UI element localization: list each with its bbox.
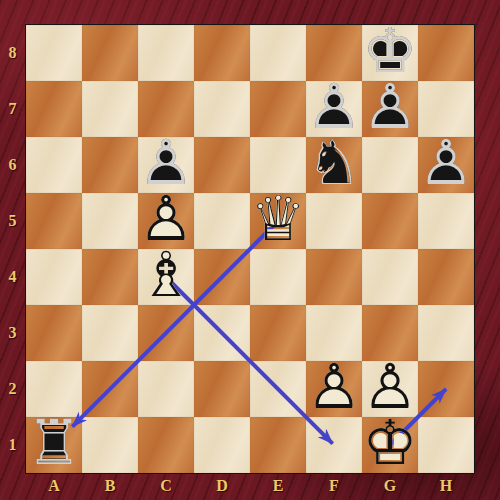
square-f5[interactable]: [306, 193, 362, 249]
square-e7[interactable]: [250, 81, 306, 137]
square-g5[interactable]: [362, 193, 418, 249]
square-h8[interactable]: [418, 25, 474, 81]
square-e2[interactable]: [250, 361, 306, 417]
square-f7[interactable]: [306, 81, 362, 137]
square-d1[interactable]: [194, 417, 250, 473]
square-g2[interactable]: [362, 361, 418, 417]
rank-label-7: 7: [1, 81, 24, 137]
square-g3[interactable]: [362, 305, 418, 361]
file-label-c: C: [138, 475, 194, 499]
file-label-d: D: [194, 475, 250, 499]
square-f2[interactable]: [306, 361, 362, 417]
chessboard: ♜♖♚♔♟♙♟♙♝♗♟♙♛♕♟♙♞♘♟♙♟♙♟♙♚♔: [25, 24, 475, 474]
rank-label-1: 1: [1, 417, 24, 473]
square-c4[interactable]: [138, 249, 194, 305]
square-d8[interactable]: [194, 25, 250, 81]
square-b7[interactable]: [82, 81, 138, 137]
square-h7[interactable]: [418, 81, 474, 137]
rank-label-8: 8: [1, 25, 24, 81]
square-c6[interactable]: [138, 137, 194, 193]
square-e4[interactable]: [250, 249, 306, 305]
square-a1[interactable]: [26, 417, 82, 473]
file-label-a: A: [26, 475, 82, 499]
square-b2[interactable]: [82, 361, 138, 417]
square-c3[interactable]: [138, 305, 194, 361]
file-label-b: B: [82, 475, 138, 499]
square-d2[interactable]: [194, 361, 250, 417]
square-e5[interactable]: [250, 193, 306, 249]
square-a2[interactable]: [26, 361, 82, 417]
square-e3[interactable]: [250, 305, 306, 361]
square-c7[interactable]: [138, 81, 194, 137]
file-label-g: G: [362, 475, 418, 499]
square-a3[interactable]: [26, 305, 82, 361]
square-f3[interactable]: [306, 305, 362, 361]
square-d5[interactable]: [194, 193, 250, 249]
square-g7[interactable]: [362, 81, 418, 137]
square-h3[interactable]: [418, 305, 474, 361]
file-label-f: F: [306, 475, 362, 499]
square-a7[interactable]: [26, 81, 82, 137]
file-label-h: H: [418, 475, 474, 499]
rank-label-4: 4: [1, 249, 24, 305]
square-d3[interactable]: [194, 305, 250, 361]
square-c5[interactable]: [138, 193, 194, 249]
square-b4[interactable]: [82, 249, 138, 305]
rank-label-6: 6: [1, 137, 24, 193]
square-f8[interactable]: [306, 25, 362, 81]
square-c8[interactable]: [138, 25, 194, 81]
square-a5[interactable]: [26, 193, 82, 249]
square-a8[interactable]: [26, 25, 82, 81]
square-e6[interactable]: [250, 137, 306, 193]
square-b1[interactable]: [82, 417, 138, 473]
square-d7[interactable]: [194, 81, 250, 137]
square-f1[interactable]: [306, 417, 362, 473]
square-c2[interactable]: [138, 361, 194, 417]
square-e8[interactable]: [250, 25, 306, 81]
square-d4[interactable]: [194, 249, 250, 305]
square-g6[interactable]: [362, 137, 418, 193]
square-d6[interactable]: [194, 137, 250, 193]
square-h6[interactable]: [418, 137, 474, 193]
square-f4[interactable]: [306, 249, 362, 305]
file-label-e: E: [250, 475, 306, 499]
square-f6[interactable]: [306, 137, 362, 193]
square-g8[interactable]: [362, 25, 418, 81]
square-h2[interactable]: [418, 361, 474, 417]
square-a6[interactable]: [26, 137, 82, 193]
square-b5[interactable]: [82, 193, 138, 249]
board-frame: ♜♖♚♔♟♙♟♙♝♗♟♙♛♕♟♙♞♘♟♙♟♙♟♙♚♔ 87654321ABCDE…: [0, 0, 500, 500]
rank-label-2: 2: [1, 361, 24, 417]
square-g4[interactable]: [362, 249, 418, 305]
square-a4[interactable]: [26, 249, 82, 305]
square-h1[interactable]: [418, 417, 474, 473]
rank-label-5: 5: [1, 193, 24, 249]
rank-label-3: 3: [1, 305, 24, 361]
square-h4[interactable]: [418, 249, 474, 305]
square-b6[interactable]: [82, 137, 138, 193]
square-c1[interactable]: [138, 417, 194, 473]
square-b3[interactable]: [82, 305, 138, 361]
square-g1[interactable]: [362, 417, 418, 473]
square-h5[interactable]: [418, 193, 474, 249]
square-e1[interactable]: [250, 417, 306, 473]
square-b8[interactable]: [82, 25, 138, 81]
